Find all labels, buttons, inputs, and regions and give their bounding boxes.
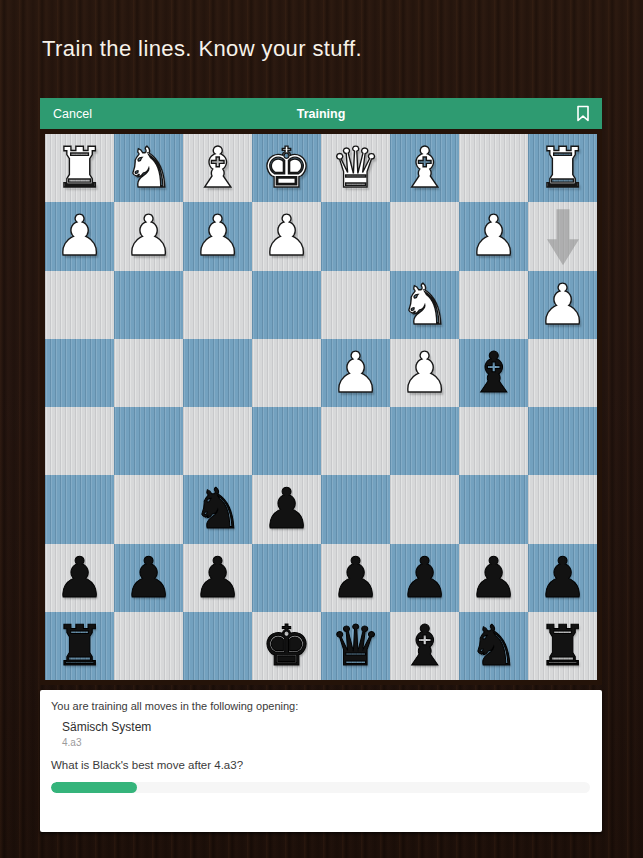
square-f1[interactable]: ♝: [183, 134, 252, 202]
square-e5[interactable]: [252, 407, 321, 475]
square-f3[interactable]: [183, 271, 252, 339]
last-move-arrow-icon: [543, 208, 583, 268]
black-king[interactable]: ♚: [261, 618, 311, 674]
white-pawn[interactable]: ♟: [192, 208, 242, 264]
white-pawn[interactable]: ♟: [399, 345, 449, 401]
board-frame: ♜♞♝♚♛♝♜♟♟♟♟♟♞♟♟♟♝♞♟♟♟♟♟♟♟♟♜♚♛♝♞♜: [40, 129, 602, 685]
square-d5[interactable]: [321, 407, 390, 475]
training-panel: You are training all moves in the follow…: [40, 690, 602, 832]
square-f6[interactable]: ♞: [183, 475, 252, 543]
square-h5[interactable]: [45, 407, 114, 475]
square-a6[interactable]: [528, 475, 597, 543]
square-d4[interactable]: ♟: [321, 339, 390, 407]
square-a1[interactable]: ♜: [528, 134, 597, 202]
opening-name: Sämisch System: [62, 720, 590, 734]
black-pawn[interactable]: ♟: [261, 481, 311, 537]
chess-board: ♜♞♝♚♛♝♜♟♟♟♟♟♞♟♟♟♝♞♟♟♟♟♟♟♟♟♜♚♛♝♞♜: [45, 134, 597, 680]
bookmark-icon[interactable]: [575, 105, 591, 122]
square-c1[interactable]: ♝: [390, 134, 459, 202]
square-b1[interactable]: [459, 134, 528, 202]
square-c5[interactable]: [390, 407, 459, 475]
square-e3[interactable]: [252, 271, 321, 339]
square-h8[interactable]: ♜: [45, 612, 114, 680]
square-b4[interactable]: ♝: [459, 339, 528, 407]
page-title: Training: [40, 107, 602, 121]
square-b8[interactable]: ♞: [459, 612, 528, 680]
current-move-label: 4.a3: [62, 737, 590, 748]
white-queen[interactable]: ♛: [330, 140, 380, 196]
white-pawn[interactable]: ♟: [468, 208, 518, 264]
square-f4[interactable]: [183, 339, 252, 407]
square-e8[interactable]: ♚: [252, 612, 321, 680]
square-b7[interactable]: ♟: [459, 544, 528, 612]
white-pawn[interactable]: ♟: [330, 345, 380, 401]
square-h3[interactable]: [45, 271, 114, 339]
black-rook[interactable]: ♜: [537, 618, 587, 674]
square-h6[interactable]: [45, 475, 114, 543]
square-b3[interactable]: [459, 271, 528, 339]
square-c2[interactable]: [390, 202, 459, 270]
square-f7[interactable]: ♟: [183, 544, 252, 612]
square-d3[interactable]: [321, 271, 390, 339]
black-bishop[interactable]: ♝: [399, 618, 449, 674]
square-h2[interactable]: ♟: [45, 202, 114, 270]
square-b2[interactable]: ♟: [459, 202, 528, 270]
black-pawn[interactable]: ♟: [192, 550, 242, 606]
black-pawn[interactable]: ♟: [468, 550, 518, 606]
training-intro-text: You are training all moves in the follow…: [51, 700, 590, 712]
square-g5[interactable]: [114, 407, 183, 475]
square-a7[interactable]: ♟: [528, 544, 597, 612]
square-d8[interactable]: ♛: [321, 612, 390, 680]
square-a4[interactable]: [528, 339, 597, 407]
black-rook[interactable]: ♜: [54, 618, 104, 674]
black-pawn[interactable]: ♟: [537, 550, 587, 606]
progress-bar-fill: [51, 782, 137, 793]
black-pawn[interactable]: ♟: [330, 550, 380, 606]
square-g8[interactable]: [114, 612, 183, 680]
black-pawn[interactable]: ♟: [399, 550, 449, 606]
square-g7[interactable]: ♟: [114, 544, 183, 612]
square-g2[interactable]: ♟: [114, 202, 183, 270]
square-g6[interactable]: [114, 475, 183, 543]
black-queen[interactable]: ♛: [330, 618, 380, 674]
black-knight[interactable]: ♞: [192, 481, 242, 537]
white-bishop[interactable]: ♝: [399, 140, 449, 196]
white-rook[interactable]: ♜: [537, 140, 587, 196]
black-bishop[interactable]: ♝: [468, 345, 518, 401]
progress-bar-track: [51, 782, 590, 793]
square-g3[interactable]: [114, 271, 183, 339]
white-pawn[interactable]: ♟: [54, 208, 104, 264]
white-king[interactable]: ♚: [261, 140, 311, 196]
black-pawn[interactable]: ♟: [54, 550, 104, 606]
square-c4[interactable]: ♟: [390, 339, 459, 407]
square-d2[interactable]: [321, 202, 390, 270]
square-d7[interactable]: ♟: [321, 544, 390, 612]
square-e6[interactable]: ♟: [252, 475, 321, 543]
white-pawn[interactable]: ♟: [123, 208, 173, 264]
square-a3[interactable]: ♟: [528, 271, 597, 339]
square-a5[interactable]: [528, 407, 597, 475]
square-h1[interactable]: ♜: [45, 134, 114, 202]
square-g4[interactable]: [114, 339, 183, 407]
black-knight[interactable]: ♞: [468, 618, 518, 674]
square-e7[interactable]: [252, 544, 321, 612]
white-bishop[interactable]: ♝: [192, 140, 242, 196]
white-knight[interactable]: ♞: [123, 140, 173, 196]
white-rook[interactable]: ♜: [54, 140, 104, 196]
square-a2[interactable]: [528, 202, 597, 270]
white-knight[interactable]: ♞: [399, 277, 449, 333]
black-pawn[interactable]: ♟: [123, 550, 173, 606]
square-h7[interactable]: ♟: [45, 544, 114, 612]
square-g1[interactable]: ♞: [114, 134, 183, 202]
square-e1[interactable]: ♚: [252, 134, 321, 202]
square-c8[interactable]: ♝: [390, 612, 459, 680]
square-f2[interactable]: ♟: [183, 202, 252, 270]
square-d1[interactable]: ♛: [321, 134, 390, 202]
square-c3[interactable]: ♞: [390, 271, 459, 339]
square-b5[interactable]: [459, 407, 528, 475]
square-c6[interactable]: [390, 475, 459, 543]
white-pawn[interactable]: ♟: [537, 277, 587, 333]
page-headline: Train the lines. Know your stuff.: [42, 36, 362, 62]
question-text: What is Black's best move after 4.a3?: [51, 759, 590, 771]
square-f5[interactable]: [183, 407, 252, 475]
square-e4[interactable]: [252, 339, 321, 407]
square-f8[interactable]: [183, 612, 252, 680]
square-c7[interactable]: ♟: [390, 544, 459, 612]
white-pawn[interactable]: ♟: [261, 208, 311, 264]
square-h4[interactable]: [45, 339, 114, 407]
square-a8[interactable]: ♜: [528, 612, 597, 680]
square-e2[interactable]: ♟: [252, 202, 321, 270]
square-d6[interactable]: [321, 475, 390, 543]
app-screen: { "game": "chess", "page": { "headline":…: [0, 0, 643, 858]
square-b6[interactable]: [459, 475, 528, 543]
app-header-bar: Cancel Training: [40, 98, 602, 129]
